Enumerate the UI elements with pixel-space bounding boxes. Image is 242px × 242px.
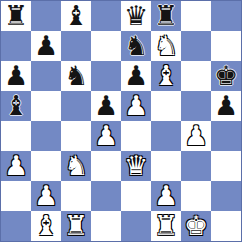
square-h7[interactable] xyxy=(211,31,241,61)
square-e4[interactable] xyxy=(121,121,151,151)
black-knight[interactable]: ♞ xyxy=(124,32,148,59)
square-e1[interactable] xyxy=(121,211,151,241)
square-d2[interactable] xyxy=(91,181,121,211)
square-h8[interactable] xyxy=(211,1,241,31)
square-e6[interactable]: ♟ xyxy=(121,61,151,91)
square-b7[interactable]: ♟ xyxy=(31,31,61,61)
white-pawn[interactable]: ♟ xyxy=(4,152,28,179)
square-d7[interactable] xyxy=(91,31,121,61)
square-g3[interactable] xyxy=(181,151,211,181)
square-c7[interactable] xyxy=(61,31,91,61)
square-d8[interactable] xyxy=(91,1,121,31)
square-b8[interactable] xyxy=(31,1,61,31)
square-h5[interactable]: ♟ xyxy=(211,91,241,121)
black-pawn[interactable]: ♟ xyxy=(124,62,148,89)
square-d4[interactable]: ♟ xyxy=(91,121,121,151)
square-a4[interactable] xyxy=(1,121,31,151)
square-b1[interactable]: ♝ xyxy=(31,211,61,241)
square-b3[interactable] xyxy=(31,151,61,181)
square-c8[interactable]: ♝ xyxy=(61,1,91,31)
square-a8[interactable]: ♜ xyxy=(1,1,31,31)
white-queen[interactable]: ♛ xyxy=(124,152,148,179)
square-f7[interactable]: ♞ xyxy=(151,31,181,61)
black-bishop[interactable]: ♝ xyxy=(64,2,88,29)
square-f2[interactable]: ♟ xyxy=(151,181,181,211)
square-a3[interactable]: ♟ xyxy=(1,151,31,181)
white-rook[interactable]: ♜ xyxy=(64,212,88,239)
square-g8[interactable] xyxy=(181,1,211,31)
square-e3[interactable]: ♛ xyxy=(121,151,151,181)
square-a7[interactable] xyxy=(1,31,31,61)
black-knight[interactable]: ♞ xyxy=(64,62,88,89)
square-d3[interactable] xyxy=(91,151,121,181)
square-d6[interactable] xyxy=(91,61,121,91)
square-g2[interactable] xyxy=(181,181,211,211)
square-g4[interactable]: ♟ xyxy=(181,121,211,151)
square-b5[interactable] xyxy=(31,91,61,121)
square-g7[interactable] xyxy=(181,31,211,61)
square-c1[interactable]: ♜ xyxy=(61,211,91,241)
square-b2[interactable]: ♟ xyxy=(31,181,61,211)
black-pawn[interactable]: ♟ xyxy=(94,92,118,119)
square-e5[interactable]: ♟ xyxy=(121,91,151,121)
square-g5[interactable] xyxy=(181,91,211,121)
white-bishop[interactable]: ♝ xyxy=(34,212,58,239)
square-f8[interactable]: ♜ xyxy=(151,1,181,31)
black-rook[interactable]: ♜ xyxy=(154,2,178,29)
square-e2[interactable] xyxy=(121,181,151,211)
square-g6[interactable] xyxy=(181,61,211,91)
square-f4[interactable] xyxy=(151,121,181,151)
chess-board: ♜♝♛♜♟♞♞♟♞♟♝♚♝♟♟♟♟♟♟♞♛♟♟♝♜♜♚ xyxy=(0,0,242,242)
white-king[interactable]: ♚ xyxy=(184,212,208,239)
black-queen[interactable]: ♛ xyxy=(124,2,148,29)
black-king[interactable]: ♚ xyxy=(214,62,238,89)
square-b6[interactable] xyxy=(31,61,61,91)
square-a5[interactable]: ♝ xyxy=(1,91,31,121)
white-knight[interactable]: ♞ xyxy=(154,32,178,59)
white-bishop[interactable]: ♝ xyxy=(154,62,178,89)
black-bishop[interactable]: ♝ xyxy=(4,92,28,119)
square-f6[interactable]: ♝ xyxy=(151,61,181,91)
black-pawn[interactable]: ♟ xyxy=(214,92,238,119)
square-c4[interactable] xyxy=(61,121,91,151)
square-b4[interactable] xyxy=(31,121,61,151)
square-a6[interactable]: ♟ xyxy=(1,61,31,91)
square-f5[interactable] xyxy=(151,91,181,121)
square-h6[interactable]: ♚ xyxy=(211,61,241,91)
black-pawn[interactable]: ♟ xyxy=(34,32,58,59)
square-h4[interactable] xyxy=(211,121,241,151)
square-f1[interactable]: ♜ xyxy=(151,211,181,241)
square-g1[interactable]: ♚ xyxy=(181,211,211,241)
square-h3[interactable] xyxy=(211,151,241,181)
square-c2[interactable] xyxy=(61,181,91,211)
square-e7[interactable]: ♞ xyxy=(121,31,151,61)
white-pawn[interactable]: ♟ xyxy=(34,182,58,209)
square-a2[interactable] xyxy=(1,181,31,211)
black-rook[interactable]: ♜ xyxy=(4,2,28,29)
white-pawn[interactable]: ♟ xyxy=(184,122,208,149)
square-e8[interactable]: ♛ xyxy=(121,1,151,31)
white-knight[interactable]: ♞ xyxy=(64,152,88,179)
square-d5[interactable]: ♟ xyxy=(91,91,121,121)
white-rook[interactable]: ♜ xyxy=(154,212,178,239)
square-c3[interactable]: ♞ xyxy=(61,151,91,181)
white-pawn[interactable]: ♟ xyxy=(154,182,178,209)
square-f3[interactable] xyxy=(151,151,181,181)
square-c6[interactable]: ♞ xyxy=(61,61,91,91)
white-pawn[interactable]: ♟ xyxy=(124,92,148,119)
square-a1[interactable] xyxy=(1,211,31,241)
square-d1[interactable] xyxy=(91,211,121,241)
square-h1[interactable] xyxy=(211,211,241,241)
square-h2[interactable] xyxy=(211,181,241,211)
white-pawn[interactable]: ♟ xyxy=(94,122,118,149)
black-pawn[interactable]: ♟ xyxy=(4,62,28,89)
square-c5[interactable] xyxy=(61,91,91,121)
